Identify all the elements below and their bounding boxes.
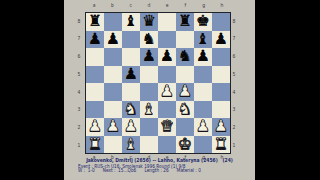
coord-label: 1 [230, 136, 238, 154]
square-e1 [158, 136, 176, 154]
square-d2 [140, 118, 158, 136]
square-h3 [212, 101, 230, 119]
piece-white-king: ♚ [178, 137, 192, 153]
coord-label: 1 [75, 136, 83, 154]
piece-black-knight: ♞ [142, 32, 156, 48]
coord-label: g [195, 3, 213, 8]
square-c5: ♟ [122, 66, 140, 84]
square-d3: ♝ [140, 101, 158, 119]
file-labels-top: abcdefgh [85, 3, 231, 8]
square-b3 [104, 101, 122, 119]
square-b5 [104, 66, 122, 84]
square-g4 [194, 83, 212, 101]
coord-label: 3 [230, 101, 238, 119]
square-d1 [140, 136, 158, 154]
coord-label: 4 [75, 83, 83, 101]
coord-label: 6 [75, 48, 83, 66]
piece-black-king: ♚ [196, 14, 210, 30]
piece-black-pawn: ♟ [88, 32, 102, 48]
piece-white-rook: ♜ [214, 137, 228, 153]
coord-label: 5 [230, 65, 238, 83]
piece-black-pawn: ♟ [124, 67, 138, 83]
piece-black-rook: ♜ [178, 14, 192, 30]
square-g2: ♟ [194, 118, 212, 136]
piece-white-knight: ♞ [178, 102, 192, 118]
coord-label: 4 [230, 83, 238, 101]
square-d5 [140, 66, 158, 84]
square-a5 [86, 66, 104, 84]
coord-label: 8 [230, 12, 238, 30]
coord-label: e [158, 3, 176, 8]
square-b6 [104, 48, 122, 66]
square-g1 [194, 136, 212, 154]
coord-label: 6 [230, 48, 238, 66]
coord-label: 2 [75, 119, 83, 137]
square-c6 [122, 48, 140, 66]
square-d4 [140, 83, 158, 101]
square-b1 [104, 136, 122, 154]
coord-label: 7 [230, 30, 238, 48]
square-f7 [176, 31, 194, 49]
piece-white-pawn: ♟ [196, 119, 210, 135]
coord-label: d [140, 3, 158, 8]
piece-white-pawn: ♟ [88, 119, 102, 135]
square-h7: ♟ [212, 31, 230, 49]
square-h4 [212, 83, 230, 101]
square-d7: ♞ [140, 31, 158, 49]
square-g7: ♝ [194, 31, 212, 49]
square-b4 [104, 83, 122, 101]
caption-status: W : 1-0 Next : 15...Qb6 Length : 26 Mate… [78, 168, 254, 173]
piece-white-queen: ♛ [160, 119, 174, 135]
piece-black-pawn: ♟ [142, 49, 156, 65]
rank-labels-left: 87654321 [75, 12, 83, 154]
coord-label: 8 [75, 12, 83, 30]
square-a4 [86, 83, 104, 101]
square-f5 [176, 66, 194, 84]
coord-label: a [85, 3, 103, 8]
letterbox-right [255, 0, 320, 180]
coord-label: 3 [75, 101, 83, 119]
square-h5 [212, 66, 230, 84]
coord-label: b [103, 3, 121, 8]
caption-players: Jakovenko, Dmitrij (2656) -- Lahno, Kate… [64, 158, 255, 163]
square-e8 [158, 13, 176, 31]
coord-label: c [122, 3, 140, 8]
square-g3 [194, 101, 212, 119]
piece-white-pawn: ♟ [124, 119, 138, 135]
square-a6 [86, 48, 104, 66]
piece-black-pawn: ♟ [160, 49, 174, 65]
coord-label: 7 [75, 30, 83, 48]
piece-black-pawn: ♟ [106, 32, 120, 48]
piece-black-pawn: ♟ [196, 49, 210, 65]
piece-black-knight: ♞ [178, 49, 192, 65]
square-f3: ♞ [176, 101, 194, 119]
chess-board: ♜♝♛♜♚♟♟♞♝♟♟♟♞♟♟♟♟♞♝♞♟♟♟♛♟♟♜♝♚♜ [85, 12, 231, 154]
square-c2: ♟ [122, 118, 140, 136]
square-e6: ♟ [158, 48, 176, 66]
square-c1: ♝ [122, 136, 140, 154]
square-h2: ♟ [212, 118, 230, 136]
coord-label: h [213, 3, 231, 8]
piece-black-rook: ♜ [88, 14, 102, 30]
video-frame: abcdefgh 87654321 ♜♝♛♜♚♟♟♞♝♟♟♟♞♟♟♟♟♞♝♞♟♟… [0, 0, 320, 180]
square-a3 [86, 101, 104, 119]
square-b8 [104, 13, 122, 31]
square-e7 [158, 31, 176, 49]
square-c7 [122, 31, 140, 49]
square-d6: ♟ [140, 48, 158, 66]
square-c8: ♝ [122, 13, 140, 31]
piece-white-pawn: ♟ [106, 119, 120, 135]
square-f6: ♞ [176, 48, 194, 66]
square-a7: ♟ [86, 31, 104, 49]
coord-label: 2 [230, 119, 238, 137]
piece-white-bishop: ♝ [124, 137, 138, 153]
square-f1: ♚ [176, 136, 194, 154]
square-f4: ♟ [176, 83, 194, 101]
square-g5 [194, 66, 212, 84]
square-f2 [176, 118, 194, 136]
square-a1: ♜ [86, 136, 104, 154]
square-d8: ♛ [140, 13, 158, 31]
piece-white-pawn: ♟ [160, 84, 174, 100]
square-b7: ♟ [104, 31, 122, 49]
piece-white-rook: ♜ [88, 137, 102, 153]
piece-white-pawn: ♟ [214, 119, 228, 135]
square-e2: ♛ [158, 118, 176, 136]
square-e4: ♟ [158, 83, 176, 101]
piece-white-knight: ♞ [124, 102, 138, 118]
square-c4 [122, 83, 140, 101]
piece-white-bishop: ♝ [142, 102, 156, 118]
square-b2: ♟ [104, 118, 122, 136]
piece-black-queen: ♛ [142, 14, 156, 30]
chess-app-panel: abcdefgh 87654321 ♜♝♛♜♚♟♟♞♝♟♟♟♞♟♟♟♟♞♝♞♟♟… [64, 0, 255, 180]
square-a8: ♜ [86, 13, 104, 31]
piece-black-bishop: ♝ [196, 32, 210, 48]
square-f8: ♜ [176, 13, 194, 31]
coord-label: 5 [75, 65, 83, 83]
square-h1: ♜ [212, 136, 230, 154]
square-h6 [212, 48, 230, 66]
square-h8 [212, 13, 230, 31]
square-e3 [158, 101, 176, 119]
piece-black-bishop: ♝ [124, 14, 138, 30]
square-g6: ♟ [194, 48, 212, 66]
letterbox-left [0, 0, 64, 180]
square-c3: ♞ [122, 101, 140, 119]
piece-black-pawn: ♟ [214, 32, 228, 48]
square-a2: ♟ [86, 118, 104, 136]
rank-labels-right: 87654321 [230, 12, 238, 154]
coord-label: f [176, 3, 194, 8]
square-e5 [158, 66, 176, 84]
piece-white-pawn: ♟ [178, 84, 192, 100]
square-g8: ♚ [194, 13, 212, 31]
